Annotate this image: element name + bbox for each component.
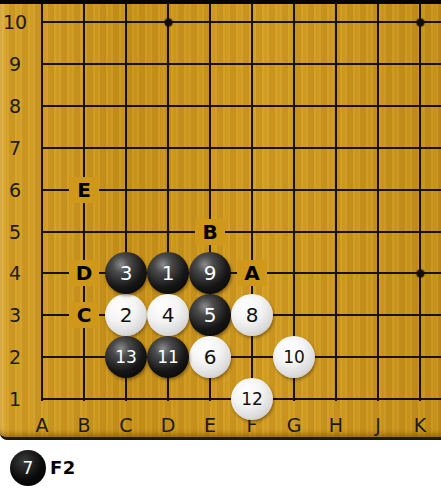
row-label-3: 3 [0, 304, 30, 326]
stone-black-d4: 1 [147, 252, 189, 294]
grid-line-row-7 [41, 147, 441, 149]
row-label-6: 6 [0, 179, 30, 201]
caption-black-stone-icon: 7 [10, 450, 46, 486]
stone-white-f1: 12 [231, 378, 273, 420]
row-label-7: 7 [0, 137, 30, 159]
stone-white-e2: 6 [189, 336, 231, 378]
col-label-a: A [27, 414, 57, 436]
stone-black-e3: 5 [189, 294, 231, 336]
go-board: 10987654321ABCDEFGHJKABCDE12345689101112… [0, 4, 441, 440]
col-label-g: G [279, 414, 309, 436]
col-label-k: K [405, 414, 435, 436]
stone-white-f3: 8 [231, 294, 273, 336]
row-label-2: 2 [0, 346, 30, 368]
grid-line-row-8 [41, 105, 441, 107]
col-label-h: H [321, 414, 351, 436]
row-label-4: 4 [0, 262, 30, 284]
label-a-f4: A [237, 260, 267, 286]
stone-black-e4: 9 [189, 252, 231, 294]
grid-line-row-10 [41, 21, 441, 23]
stone-black-c2: 13 [105, 336, 147, 378]
star-point-d10 [165, 19, 172, 26]
stone-white-d3: 4 [147, 294, 189, 336]
label-c-b3: C [69, 302, 99, 328]
stone-black-c4: 3 [105, 252, 147, 294]
stone-white-c3: 2 [105, 294, 147, 336]
star-point-k10 [417, 19, 424, 26]
row-label-10: 10 [0, 11, 30, 33]
col-label-e: E [195, 414, 225, 436]
row-label-9: 9 [0, 53, 30, 75]
caption-coordinate-text: F2 [50, 450, 76, 486]
grid-line-row-2 [41, 356, 441, 358]
stone-white-g2: 10 [273, 336, 315, 378]
go-diagram: 10987654321ABCDEFGHJKABCDE12345689101112… [0, 0, 441, 491]
stone-black-d2: 11 [147, 336, 189, 378]
col-label-b: B [69, 414, 99, 436]
caption: 7 F2 [0, 444, 441, 491]
col-label-j: J [363, 414, 393, 436]
star-point-k4 [417, 270, 424, 277]
label-d-b4: D [69, 260, 99, 286]
label-e-b6: E [69, 177, 99, 203]
col-label-c: C [111, 414, 141, 436]
grid-line-row-9 [41, 63, 441, 65]
row-label-5: 5 [0, 221, 30, 243]
row-label-1: 1 [0, 388, 30, 410]
col-label-d: D [153, 414, 183, 436]
row-label-8: 8 [0, 95, 30, 117]
grid-line-row-5 [41, 231, 441, 233]
label-b-e5: B [195, 219, 225, 245]
grid-line-row-6 [41, 189, 441, 191]
